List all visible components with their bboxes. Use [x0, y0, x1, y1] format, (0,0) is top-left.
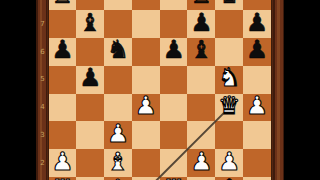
piece-black-pawn: ♟ [190, 10, 212, 35]
square-f2[interactable]: ♟ [187, 149, 215, 177]
rank-label-5: 5 [37, 76, 48, 83]
square-c7[interactable] [104, 10, 132, 38]
square-g1[interactable]: ♚ [215, 177, 243, 180]
square-e3[interactable] [160, 121, 188, 149]
square-a2[interactable]: ♟ [49, 149, 77, 177]
square-b3[interactable] [76, 121, 104, 149]
piece-black-pawn: ♟ [246, 37, 268, 62]
piece-black-pawn: ♟ [79, 65, 101, 90]
square-f1[interactable] [187, 177, 215, 180]
square-e4[interactable] [160, 94, 188, 122]
square-b6[interactable] [76, 38, 104, 66]
square-g3[interactable] [215, 121, 243, 149]
square-c4[interactable] [104, 94, 132, 122]
square-f4[interactable] [187, 94, 215, 122]
square-e7[interactable] [160, 10, 188, 38]
square-a5[interactable] [49, 66, 77, 94]
square-h7[interactable]: ♟ [243, 10, 271, 38]
square-b5[interactable]: ♟ [76, 66, 104, 94]
square-a6[interactable]: ♟ [49, 38, 77, 66]
square-c5[interactable] [104, 66, 132, 94]
piece-black-rook: ♜ [190, 0, 212, 7]
square-d8[interactable] [132, 0, 160, 10]
square-c3[interactable]: ♟ [104, 121, 132, 149]
square-h1[interactable] [243, 177, 271, 180]
piece-black-bishop: ♝ [79, 10, 101, 35]
piece-black-bishop: ♝ [190, 37, 212, 62]
square-d4[interactable]: ♟ [132, 94, 160, 122]
square-d6[interactable] [132, 38, 160, 66]
square-b2[interactable] [76, 149, 104, 177]
square-b7[interactable]: ♝ [76, 10, 104, 38]
square-a8[interactable]: ♜ [49, 0, 77, 10]
square-f6[interactable]: ♝ [187, 38, 215, 66]
square-e1[interactable]: ♜ [160, 177, 188, 180]
chess-diagram: 87654321 ♜♜♚♝♟♟♟♞♟♝♟♟♞♟♛♟♟♟♝♟♟♜♝♜♚ [0, 0, 320, 180]
square-f5[interactable] [187, 66, 215, 94]
piece-white-bishop: ♝ [107, 176, 129, 180]
square-e2[interactable] [160, 149, 188, 177]
piece-black-pawn: ♟ [51, 37, 73, 62]
square-g5[interactable]: ♞ [215, 66, 243, 94]
square-a4[interactable] [49, 94, 77, 122]
square-e6[interactable]: ♟ [160, 38, 188, 66]
rank-label-3: 3 [37, 132, 48, 139]
piece-black-pawn: ♟ [246, 10, 268, 35]
square-g6[interactable] [215, 38, 243, 66]
square-c1[interactable]: ♝ [104, 177, 132, 180]
square-g7[interactable] [215, 10, 243, 38]
square-a7[interactable] [49, 10, 77, 38]
square-e8[interactable] [160, 0, 188, 10]
square-f3[interactable] [187, 121, 215, 149]
square-d5[interactable] [132, 66, 160, 94]
rank-label-7: 7 [37, 21, 48, 28]
piece-white-queen: ♛ [218, 93, 240, 118]
square-b4[interactable] [76, 94, 104, 122]
square-d7[interactable] [132, 10, 160, 38]
square-g4[interactable]: ♛ [215, 94, 243, 122]
rank-label-6: 6 [37, 49, 48, 56]
square-c2[interactable]: ♝ [104, 149, 132, 177]
square-b1[interactable] [76, 177, 104, 180]
piece-white-pawn: ♟ [51, 149, 73, 174]
piece-white-pawn: ♟ [190, 149, 212, 174]
piece-white-pawn: ♟ [107, 121, 129, 146]
piece-black-rook: ♜ [51, 0, 73, 7]
square-g2[interactable]: ♟ [215, 149, 243, 177]
square-e5[interactable] [160, 66, 188, 94]
piece-white-pawn: ♟ [218, 149, 240, 174]
piece-white-rook: ♜ [162, 176, 184, 180]
piece-white-king: ♚ [218, 176, 240, 180]
piece-black-knight: ♞ [107, 37, 129, 62]
square-c6[interactable]: ♞ [104, 38, 132, 66]
piece-black-king: ♚ [218, 0, 240, 7]
piece-white-bishop: ♝ [107, 149, 129, 174]
square-h6[interactable]: ♟ [243, 38, 271, 66]
square-h5[interactable] [243, 66, 271, 94]
square-f7[interactable]: ♟ [187, 10, 215, 38]
square-h2[interactable] [243, 149, 271, 177]
square-h3[interactable] [243, 121, 271, 149]
rank-label-2: 2 [37, 160, 48, 167]
square-d1[interactable] [132, 177, 160, 180]
square-d3[interactable] [132, 121, 160, 149]
rank-label-4: 4 [37, 104, 48, 111]
square-a1[interactable]: ♜ [49, 177, 77, 180]
piece-white-pawn: ♟ [246, 93, 268, 118]
piece-white-knight: ♞ [218, 65, 240, 90]
square-a3[interactable] [49, 121, 77, 149]
square-g8[interactable]: ♚ [215, 0, 243, 10]
square-h4[interactable]: ♟ [243, 94, 271, 122]
piece-white-pawn: ♟ [135, 93, 157, 118]
piece-black-pawn: ♟ [162, 37, 184, 62]
square-c8[interactable] [104, 0, 132, 10]
chess-board: ♜♜♚♝♟♟♟♞♟♝♟♟♞♟♛♟♟♟♝♟♟♜♝♜♚ [49, 0, 271, 180]
square-d2[interactable] [132, 149, 160, 177]
piece-white-rook: ♜ [51, 176, 73, 180]
